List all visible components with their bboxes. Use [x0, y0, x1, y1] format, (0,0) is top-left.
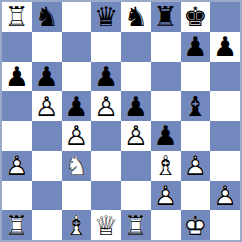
square-g6[interactable] [181, 62, 211, 92]
square-a7[interactable] [2, 32, 32, 62]
square-d1[interactable]: ♛♕ [91, 210, 121, 240]
white-rook-fill: ♜ [2, 210, 32, 240]
piece-black-knight[interactable]: ♞ [32, 2, 62, 32]
square-c8[interactable] [62, 2, 92, 32]
square-d2[interactable] [91, 181, 121, 211]
white-rook-fill: ♜ [2, 2, 32, 32]
piece-black-queen[interactable]: ♛ [91, 2, 121, 32]
square-d7[interactable] [91, 32, 121, 62]
square-b2[interactable] [32, 181, 62, 211]
piece-black-pawn[interactable]: ♟ [151, 121, 181, 151]
white-pawn-fill: ♟ [32, 91, 62, 121]
square-g8[interactable]: ♚ [181, 2, 211, 32]
white-pawn-fill: ♟ [121, 121, 151, 151]
white-knight-fill: ♞ [62, 151, 92, 181]
white-queen-fill: ♛ [91, 210, 121, 240]
square-c1[interactable]: ♝♗ [62, 210, 92, 240]
square-b7[interactable] [32, 32, 62, 62]
square-h5[interactable] [210, 91, 240, 121]
square-d6[interactable]: ♟ [91, 62, 121, 92]
piece-black-pawn[interactable]: ♟ [32, 62, 62, 92]
piece-black-knight[interactable]: ♞ [121, 2, 151, 32]
square-f4[interactable]: ♟ [151, 121, 181, 151]
square-a6[interactable]: ♟ [2, 62, 32, 92]
piece-black-pawn[interactable]: ♟ [2, 62, 32, 92]
piece-white-pawn[interactable]: ♙ [62, 121, 92, 151]
square-h4[interactable] [210, 121, 240, 151]
square-g4[interactable] [181, 121, 211, 151]
piece-black-pawn[interactable]: ♟ [62, 91, 92, 121]
chess-board: ♜♖♞♛♞♜♚♟♟♟♟♟♟♙♟♟♙♟♝♟♙♟♙♟♟♙♞♘♝♗♟♙♟♙♟♙♜♖♝♗… [0, 0, 242, 242]
piece-black-pawn[interactable]: ♟ [121, 91, 151, 121]
piece-white-pawn[interactable]: ♙ [91, 91, 121, 121]
square-a3[interactable]: ♟♙ [2, 151, 32, 181]
square-e7[interactable] [121, 32, 151, 62]
square-e6[interactable] [121, 62, 151, 92]
square-f1[interactable] [151, 210, 181, 240]
square-d5[interactable]: ♟♙ [91, 91, 121, 121]
piece-white-rook[interactable]: ♖ [2, 210, 32, 240]
white-bishop-fill: ♝ [151, 151, 181, 181]
square-b8[interactable]: ♞ [32, 2, 62, 32]
square-b6[interactable]: ♟ [32, 62, 62, 92]
piece-white-pawn[interactable]: ♙ [121, 121, 151, 151]
piece-white-rook[interactable]: ♖ [2, 2, 32, 32]
square-f5[interactable] [151, 91, 181, 121]
square-g7[interactable]: ♟ [181, 32, 211, 62]
piece-black-pawn[interactable]: ♟ [210, 32, 240, 62]
square-d3[interactable] [91, 151, 121, 181]
square-g1[interactable]: ♚♔ [181, 210, 211, 240]
square-e4[interactable]: ♟♙ [121, 121, 151, 151]
square-b3[interactable] [32, 151, 62, 181]
white-pawn-fill: ♟ [91, 91, 121, 121]
square-c6[interactable] [62, 62, 92, 92]
square-g3[interactable]: ♟♙ [181, 151, 211, 181]
piece-black-rook[interactable]: ♜ [151, 2, 181, 32]
square-c3[interactable]: ♞♘ [62, 151, 92, 181]
square-h3[interactable] [210, 151, 240, 181]
square-b1[interactable] [32, 210, 62, 240]
piece-white-pawn[interactable]: ♙ [2, 151, 32, 181]
square-e5[interactable]: ♟ [121, 91, 151, 121]
white-pawn-fill: ♟ [151, 181, 181, 211]
piece-white-pawn[interactable]: ♙ [151, 181, 181, 211]
square-e8[interactable]: ♞ [121, 2, 151, 32]
piece-white-pawn[interactable]: ♙ [210, 181, 240, 211]
square-h1[interactable] [210, 210, 240, 240]
white-pawn-fill: ♟ [181, 151, 211, 181]
square-e2[interactable] [121, 181, 151, 211]
square-d4[interactable] [91, 121, 121, 151]
piece-white-queen[interactable]: ♕ [91, 210, 121, 240]
piece-white-rook[interactable]: ♖ [121, 210, 151, 240]
white-king-fill: ♚ [181, 210, 211, 240]
square-c5[interactable]: ♟ [62, 91, 92, 121]
piece-black-king[interactable]: ♚ [181, 2, 211, 32]
piece-white-pawn[interactable]: ♙ [181, 151, 211, 181]
piece-white-bishop[interactable]: ♗ [151, 151, 181, 181]
white-bishop-fill: ♝ [62, 210, 92, 240]
white-rook-fill: ♜ [121, 210, 151, 240]
square-a1[interactable]: ♜♖ [2, 210, 32, 240]
square-a2[interactable] [2, 181, 32, 211]
piece-white-king[interactable]: ♔ [181, 210, 211, 240]
square-c4[interactable]: ♟♙ [62, 121, 92, 151]
square-g2[interactable] [181, 181, 211, 211]
square-h8[interactable] [210, 2, 240, 32]
piece-white-pawn[interactable]: ♙ [32, 91, 62, 121]
piece-black-pawn[interactable]: ♟ [91, 62, 121, 92]
square-b5[interactable]: ♟♙ [32, 91, 62, 121]
piece-black-bishop[interactable]: ♝ [181, 91, 211, 121]
square-h2[interactable]: ♟♙ [210, 181, 240, 211]
square-f2[interactable]: ♟♙ [151, 181, 181, 211]
square-h7[interactable]: ♟ [210, 32, 240, 62]
square-f7[interactable] [151, 32, 181, 62]
piece-white-knight[interactable]: ♘ [62, 151, 92, 181]
piece-white-bishop[interactable]: ♗ [62, 210, 92, 240]
square-f3[interactable]: ♝♗ [151, 151, 181, 181]
white-pawn-fill: ♟ [2, 151, 32, 181]
white-pawn-fill: ♟ [62, 121, 92, 151]
square-a4[interactable] [2, 121, 32, 151]
square-c2[interactable] [62, 181, 92, 211]
square-d8[interactable]: ♛ [91, 2, 121, 32]
square-h6[interactable] [210, 62, 240, 92]
white-pawn-fill: ♟ [210, 181, 240, 211]
piece-black-pawn[interactable]: ♟ [181, 32, 211, 62]
square-e3[interactable] [121, 151, 151, 181]
square-a8[interactable]: ♜♖ [2, 2, 32, 32]
square-a5[interactable] [2, 91, 32, 121]
square-g5[interactable]: ♝ [181, 91, 211, 121]
square-c7[interactable] [62, 32, 92, 62]
square-f6[interactable] [151, 62, 181, 92]
square-e1[interactable]: ♜♖ [121, 210, 151, 240]
square-f8[interactable]: ♜ [151, 2, 181, 32]
square-b4[interactable] [32, 121, 62, 151]
